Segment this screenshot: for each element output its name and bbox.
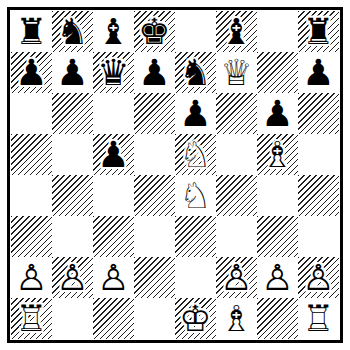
square-e2[interactable] xyxy=(175,257,216,298)
piece-black-pawn-d7: ♟ xyxy=(138,52,170,93)
square-c4[interactable] xyxy=(93,175,134,216)
square-f2[interactable]: ♙ xyxy=(216,257,257,298)
piece-black-pawn-c5: ♟ xyxy=(97,134,129,175)
square-f1[interactable]: ♗ xyxy=(216,298,257,339)
square-a5[interactable] xyxy=(11,134,52,175)
square-h1[interactable]: ♖ xyxy=(298,298,339,339)
square-b7[interactable]: ♟ xyxy=(52,52,93,93)
piece-white-pawn-b2: ♙ xyxy=(56,257,88,298)
piece-black-rook-h8: ♜ xyxy=(302,11,334,52)
square-b6[interactable] xyxy=(52,93,93,134)
piece-white-bishop-f1: ♗ xyxy=(220,298,252,339)
square-d2[interactable] xyxy=(134,257,175,298)
square-e3[interactable] xyxy=(175,216,216,257)
square-g2[interactable]: ♙ xyxy=(257,257,298,298)
piece-white-rook-a1: ♖ xyxy=(15,298,47,339)
square-g4[interactable] xyxy=(257,175,298,216)
piece-black-rook-a8: ♜ xyxy=(15,11,47,52)
square-g5[interactable]: ♗ xyxy=(257,134,298,175)
square-e8[interactable] xyxy=(175,11,216,52)
square-e1[interactable]: ♔ xyxy=(175,298,216,339)
square-h8[interactable]: ♜ xyxy=(298,11,339,52)
square-h7[interactable]: ♟ xyxy=(298,52,339,93)
square-f7[interactable]: ♕ xyxy=(216,52,257,93)
square-a2[interactable]: ♙ xyxy=(11,257,52,298)
square-f6[interactable] xyxy=(216,93,257,134)
piece-black-pawn-h7: ♟ xyxy=(302,52,334,93)
square-a3[interactable] xyxy=(11,216,52,257)
piece-black-king-d8: ♚ xyxy=(138,11,170,52)
square-b8[interactable]: ♞ xyxy=(52,11,93,52)
square-f5[interactable] xyxy=(216,134,257,175)
square-f8[interactable]: ♝ xyxy=(216,11,257,52)
square-a8[interactable]: ♜ xyxy=(11,11,52,52)
piece-white-knight-e5: ♘ xyxy=(179,134,211,175)
square-g6[interactable]: ♟ xyxy=(257,93,298,134)
square-b3[interactable] xyxy=(52,216,93,257)
square-c5[interactable]: ♟ xyxy=(93,134,134,175)
square-d4[interactable] xyxy=(134,175,175,216)
square-a6[interactable] xyxy=(11,93,52,134)
piece-black-pawn-e6: ♟ xyxy=(179,93,211,134)
chess-diagram: ♜♞♝♚♝♜♟♟♛♟♞♕♟♟♟♟♘♗♘♙♙♙♙♙♙♖♔♗♖ xyxy=(0,0,350,350)
square-c3[interactable] xyxy=(93,216,134,257)
piece-black-bishop-c8: ♝ xyxy=(97,11,129,52)
square-e6[interactable]: ♟ xyxy=(175,93,216,134)
square-c7[interactable]: ♛ xyxy=(93,52,134,93)
piece-black-queen-c7: ♛ xyxy=(97,52,129,93)
square-h3[interactable] xyxy=(298,216,339,257)
piece-white-pawn-a2: ♙ xyxy=(15,257,47,298)
piece-black-pawn-a7: ♟ xyxy=(15,52,47,93)
square-b5[interactable] xyxy=(52,134,93,175)
piece-white-pawn-f2: ♙ xyxy=(220,257,252,298)
piece-white-king-e1: ♔ xyxy=(179,298,211,339)
piece-black-pawn-b7: ♟ xyxy=(56,52,88,93)
square-d3[interactable] xyxy=(134,216,175,257)
square-h6[interactable] xyxy=(298,93,339,134)
piece-white-bishop-g5: ♗ xyxy=(261,134,293,175)
piece-white-pawn-c2: ♙ xyxy=(97,257,129,298)
piece-black-pawn-g6: ♟ xyxy=(261,93,293,134)
piece-white-rook-h1: ♖ xyxy=(302,298,334,339)
square-d7[interactable]: ♟ xyxy=(134,52,175,93)
square-g1[interactable] xyxy=(257,298,298,339)
piece-black-knight-e7: ♞ xyxy=(179,52,211,93)
piece-white-pawn-g2: ♙ xyxy=(261,257,293,298)
piece-black-bishop-f8: ♝ xyxy=(220,11,252,52)
square-f4[interactable] xyxy=(216,175,257,216)
square-g8[interactable] xyxy=(257,11,298,52)
piece-white-queen-f7: ♕ xyxy=(220,52,252,93)
square-g7[interactable] xyxy=(257,52,298,93)
square-d5[interactable] xyxy=(134,134,175,175)
square-h2[interactable]: ♙ xyxy=(298,257,339,298)
square-h4[interactable] xyxy=(298,175,339,216)
square-a1[interactable]: ♖ xyxy=(11,298,52,339)
piece-white-knight-e4: ♘ xyxy=(179,175,211,216)
piece-white-pawn-h2: ♙ xyxy=(302,257,334,298)
square-h5[interactable] xyxy=(298,134,339,175)
square-a4[interactable] xyxy=(11,175,52,216)
square-b2[interactable]: ♙ xyxy=(52,257,93,298)
square-b1[interactable] xyxy=(52,298,93,339)
square-e5[interactable]: ♘ xyxy=(175,134,216,175)
square-e7[interactable]: ♞ xyxy=(175,52,216,93)
square-d6[interactable] xyxy=(134,93,175,134)
square-d1[interactable] xyxy=(134,298,175,339)
square-e4[interactable]: ♘ xyxy=(175,175,216,216)
square-c2[interactable]: ♙ xyxy=(93,257,134,298)
square-c1[interactable] xyxy=(93,298,134,339)
square-c8[interactable]: ♝ xyxy=(93,11,134,52)
square-d8[interactable]: ♚ xyxy=(134,11,175,52)
square-f3[interactable] xyxy=(216,216,257,257)
chess-board: ♜♞♝♚♝♜♟♟♛♟♞♕♟♟♟♟♘♗♘♙♙♙♙♙♙♖♔♗♖ xyxy=(7,7,343,343)
square-a7[interactable]: ♟ xyxy=(11,52,52,93)
square-b4[interactable] xyxy=(52,175,93,216)
piece-black-knight-b8: ♞ xyxy=(56,11,88,52)
square-g3[interactable] xyxy=(257,216,298,257)
square-c6[interactable] xyxy=(93,93,134,134)
